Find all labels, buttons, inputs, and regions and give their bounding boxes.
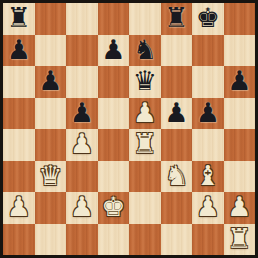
square-c4[interactable]: ♟ <box>66 129 98 161</box>
square-d2[interactable]: ♚ <box>98 192 130 224</box>
square-c5[interactable]: ♟ <box>66 98 98 130</box>
square-f1[interactable] <box>161 224 193 256</box>
square-f5[interactable]: ♟ <box>161 98 193 130</box>
white-pawn-g2[interactable]: ♟ <box>196 191 220 223</box>
square-g5[interactable]: ♟ <box>192 98 224 130</box>
square-a3[interactable] <box>3 161 35 193</box>
square-f7[interactable] <box>161 35 193 67</box>
square-f4[interactable] <box>161 129 193 161</box>
square-d1[interactable] <box>98 224 130 256</box>
square-g4[interactable] <box>192 129 224 161</box>
square-b7[interactable] <box>35 35 67 67</box>
square-h3[interactable] <box>224 161 256 193</box>
square-b3[interactable]: ♛ <box>35 161 67 193</box>
square-c2[interactable]: ♟ <box>66 192 98 224</box>
square-e3[interactable] <box>129 161 161 193</box>
square-e2[interactable] <box>129 192 161 224</box>
black-pawn-c5[interactable]: ♟ <box>70 97 94 129</box>
square-d5[interactable] <box>98 98 130 130</box>
square-b5[interactable] <box>35 98 67 130</box>
square-h8[interactable] <box>224 3 256 35</box>
square-e7[interactable]: ♞ <box>129 35 161 67</box>
square-a7[interactable]: ♟ <box>3 35 35 67</box>
square-d6[interactable] <box>98 66 130 98</box>
square-h7[interactable] <box>224 35 256 67</box>
black-pawn-b6[interactable]: ♟ <box>38 65 62 97</box>
board-frame: ♜♜♚♟♟♞♟♛♟♟♟♟♟♟♜♛♞♝♟♟♚♟♟♜ <box>0 0 258 258</box>
white-pawn-c2[interactable]: ♟ <box>70 191 94 223</box>
white-knight-f3[interactable]: ♞ <box>164 160 188 192</box>
white-pawn-e5[interactable]: ♟ <box>133 97 157 129</box>
white-pawn-h2[interactable]: ♟ <box>227 191 251 223</box>
square-f8[interactable]: ♜ <box>161 3 193 35</box>
square-c6[interactable] <box>66 66 98 98</box>
white-rook-h1[interactable]: ♜ <box>227 223 251 255</box>
white-pawn-a2[interactable]: ♟ <box>7 191 31 223</box>
square-f3[interactable]: ♞ <box>161 161 193 193</box>
square-f2[interactable] <box>161 192 193 224</box>
black-pawn-g5[interactable]: ♟ <box>196 97 220 129</box>
square-b6[interactable]: ♟ <box>35 66 67 98</box>
square-c8[interactable] <box>66 3 98 35</box>
white-queen-b3[interactable]: ♛ <box>38 160 62 192</box>
square-g6[interactable] <box>192 66 224 98</box>
black-rook-a8[interactable]: ♜ <box>7 2 31 34</box>
square-a2[interactable]: ♟ <box>3 192 35 224</box>
black-king-g8[interactable]: ♚ <box>196 2 220 34</box>
square-b1[interactable] <box>35 224 67 256</box>
square-g2[interactable]: ♟ <box>192 192 224 224</box>
black-pawn-f5[interactable]: ♟ <box>164 97 188 129</box>
square-h6[interactable]: ♟ <box>224 66 256 98</box>
black-rook-f8[interactable]: ♜ <box>164 2 188 34</box>
square-a6[interactable] <box>3 66 35 98</box>
square-e4[interactable]: ♜ <box>129 129 161 161</box>
square-h5[interactable] <box>224 98 256 130</box>
white-king-d2[interactable]: ♚ <box>101 191 125 223</box>
black-pawn-a7[interactable]: ♟ <box>7 34 31 66</box>
square-c3[interactable] <box>66 161 98 193</box>
black-pawn-d7[interactable]: ♟ <box>101 34 125 66</box>
chess-board: ♜♜♚♟♟♞♟♛♟♟♟♟♟♟♜♛♞♝♟♟♚♟♟♜ <box>3 3 255 255</box>
square-d3[interactable] <box>98 161 130 193</box>
square-a8[interactable]: ♜ <box>3 3 35 35</box>
square-h2[interactable]: ♟ <box>224 192 256 224</box>
chess-diagram: ♜♜♚♟♟♞♟♛♟♟♟♟♟♟♜♛♞♝♟♟♚♟♟♜ <box>0 0 258 258</box>
white-bishop-g3[interactable]: ♝ <box>196 160 220 192</box>
square-g8[interactable]: ♚ <box>192 3 224 35</box>
black-knight-e7[interactable]: ♞ <box>133 34 157 66</box>
square-d4[interactable] <box>98 129 130 161</box>
square-c1[interactable] <box>66 224 98 256</box>
square-g7[interactable] <box>192 35 224 67</box>
square-f6[interactable] <box>161 66 193 98</box>
square-e6[interactable]: ♛ <box>129 66 161 98</box>
square-b2[interactable] <box>35 192 67 224</box>
black-queen-e6[interactable]: ♛ <box>133 65 157 97</box>
square-e5[interactable]: ♟ <box>129 98 161 130</box>
square-b4[interactable] <box>35 129 67 161</box>
white-pawn-c4[interactable]: ♟ <box>70 128 94 160</box>
square-g3[interactable]: ♝ <box>192 161 224 193</box>
square-d8[interactable] <box>98 3 130 35</box>
square-a1[interactable] <box>3 224 35 256</box>
square-g1[interactable] <box>192 224 224 256</box>
square-e8[interactable] <box>129 3 161 35</box>
black-pawn-h6[interactable]: ♟ <box>227 65 251 97</box>
square-d7[interactable]: ♟ <box>98 35 130 67</box>
square-h4[interactable] <box>224 129 256 161</box>
square-c7[interactable] <box>66 35 98 67</box>
square-b8[interactable] <box>35 3 67 35</box>
square-e1[interactable] <box>129 224 161 256</box>
square-h1[interactable]: ♜ <box>224 224 256 256</box>
square-a4[interactable] <box>3 129 35 161</box>
square-a5[interactable] <box>3 98 35 130</box>
white-rook-e4[interactable]: ♜ <box>133 128 157 160</box>
